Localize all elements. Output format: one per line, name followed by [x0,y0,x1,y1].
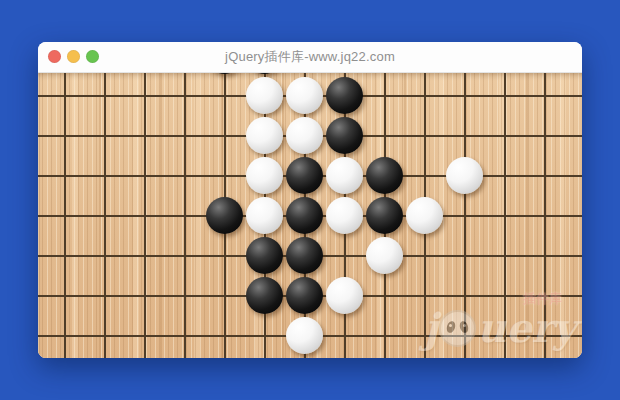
intersection[interactable] [245,236,285,276]
intersection[interactable] [445,356,485,358]
intersection[interactable] [45,356,85,358]
intersection[interactable] [85,316,125,356]
intersection[interactable] [85,76,125,116]
white-stone [246,197,283,234]
intersection[interactable] [245,276,285,316]
black-stone [246,237,283,274]
intersection[interactable] [245,76,285,116]
intersection[interactable] [45,196,85,236]
intersection[interactable] [38,156,45,196]
intersection[interactable] [365,76,405,116]
intersection[interactable] [565,196,582,236]
intersection[interactable] [85,236,125,276]
intersection[interactable] [445,316,485,356]
intersection[interactable] [125,236,165,276]
intersection[interactable] [85,196,125,236]
intersection[interactable] [38,316,45,356]
intersection[interactable] [205,76,245,116]
intersection[interactable] [205,276,245,316]
intersection[interactable] [45,76,85,116]
intersection[interactable] [38,116,45,156]
intersection[interactable] [165,316,205,356]
intersection[interactable] [405,116,445,156]
intersection[interactable] [365,236,405,276]
intersection[interactable] [205,236,245,276]
intersection[interactable] [565,316,582,356]
white-stone [406,197,443,234]
intersection[interactable] [445,76,485,116]
intersection[interactable] [165,356,205,358]
intersection[interactable] [45,316,85,356]
black-stone [326,77,363,114]
intersection[interactable] [285,116,325,156]
board-grid [38,73,582,358]
intersection[interactable] [365,116,405,156]
intersection[interactable] [445,156,485,196]
intersection[interactable] [245,356,285,358]
intersection[interactable] [45,236,85,276]
intersection[interactable] [485,196,525,236]
intersection[interactable] [565,156,582,196]
intersection[interactable] [485,156,525,196]
intersection[interactable] [125,76,165,116]
intersection[interactable] [325,156,365,196]
intersection[interactable] [165,196,205,236]
white-stone [326,277,363,314]
browser-window: jQuery插件库-www.jq22.com 插件库 j uery [38,42,582,358]
black-stone [206,73,243,74]
intersection[interactable] [165,276,205,316]
black-stone [326,117,363,154]
intersection[interactable] [125,316,165,356]
intersection[interactable] [245,316,285,356]
intersection[interactable] [525,76,565,116]
black-stone [366,197,403,234]
intersection[interactable] [525,236,565,276]
black-stone [286,157,323,194]
window-title: jQuery插件库-www.jq22.com [38,42,582,72]
intersection[interactable] [525,196,565,236]
white-stone [246,157,283,194]
intersection[interactable] [325,316,365,356]
intersection[interactable] [405,356,445,358]
white-stone [246,77,283,114]
intersection[interactable] [445,196,485,236]
intersection[interactable] [365,356,405,358]
black-stone [286,277,323,314]
intersection[interactable] [165,116,205,156]
intersection[interactable] [405,76,445,116]
intersection[interactable] [205,316,245,356]
intersection[interactable] [485,76,525,116]
intersection[interactable] [525,116,565,156]
white-stone [446,157,483,194]
intersection[interactable] [38,276,45,316]
intersection[interactable] [205,116,245,156]
intersection[interactable] [405,316,445,356]
intersection[interactable] [405,236,445,276]
black-stone [206,197,243,234]
black-stone [246,73,283,74]
intersection[interactable] [405,196,445,236]
intersection[interactable] [285,316,325,356]
intersection[interactable] [45,276,85,316]
intersection[interactable] [165,156,205,196]
intersection[interactable] [285,76,325,116]
intersection[interactable] [125,276,165,316]
intersection[interactable] [445,276,485,316]
intersection[interactable] [165,76,205,116]
intersection[interactable] [565,76,582,116]
intersection[interactable] [325,76,365,116]
intersection[interactable] [125,356,165,358]
gomoku-board: 插件库 j uery [38,73,582,358]
intersection[interactable] [565,236,582,276]
intersection[interactable] [485,116,525,156]
intersection[interactable] [45,116,85,156]
white-stone [366,237,403,274]
intersection[interactable] [445,116,485,156]
black-stone [286,197,323,234]
intersection[interactable] [125,196,165,236]
intersection[interactable] [365,276,405,316]
intersection[interactable] [525,276,565,316]
intersection[interactable] [565,116,582,156]
intersection[interactable] [38,236,45,276]
white-stone [286,117,323,154]
intersection[interactable] [45,156,85,196]
intersection[interactable] [565,356,582,358]
intersection[interactable] [38,356,45,358]
intersection[interactable] [525,156,565,196]
intersection[interactable] [405,276,445,316]
intersection[interactable] [365,316,405,356]
intersection[interactable] [365,196,405,236]
intersection[interactable] [205,196,245,236]
intersection[interactable] [285,356,325,358]
white-stone [286,77,323,114]
black-stone [366,157,403,194]
intersection[interactable] [485,236,525,276]
intersection[interactable] [85,156,125,196]
intersection[interactable] [245,156,285,196]
intersection[interactable] [525,356,565,358]
black-stone [246,277,283,314]
intersection[interactable] [85,116,125,156]
intersection[interactable] [85,276,125,316]
intersection[interactable] [325,196,365,236]
intersection[interactable] [485,356,525,358]
white-stone [286,317,323,354]
window-titlebar: jQuery插件库-www.jq22.com [38,42,582,73]
intersection[interactable] [285,276,325,316]
intersection[interactable] [245,196,285,236]
intersection[interactable] [38,196,45,236]
intersection[interactable] [405,156,445,196]
intersection[interactable] [365,156,405,196]
intersection[interactable] [485,276,525,316]
intersection[interactable] [205,156,245,196]
intersection[interactable] [485,316,525,356]
intersection[interactable] [565,276,582,316]
intersection[interactable] [125,116,165,156]
intersection[interactable] [85,356,125,358]
intersection[interactable] [445,236,485,276]
intersection[interactable] [325,356,365,358]
page-background: { "window": { "title": "jQuery插件库-www.jq… [0,0,620,400]
intersection[interactable] [285,196,325,236]
intersection[interactable] [205,356,245,358]
intersection[interactable] [325,236,365,276]
intersection[interactable] [125,156,165,196]
intersection[interactable] [325,276,365,316]
intersection[interactable] [245,116,285,156]
intersection[interactable] [285,156,325,196]
intersection[interactable] [525,316,565,356]
white-stone [326,157,363,194]
intersection[interactable] [285,236,325,276]
white-stone [246,117,283,154]
intersection[interactable] [325,116,365,156]
black-stone [286,237,323,274]
intersection[interactable] [38,76,45,116]
intersection[interactable] [165,236,205,276]
white-stone [326,197,363,234]
